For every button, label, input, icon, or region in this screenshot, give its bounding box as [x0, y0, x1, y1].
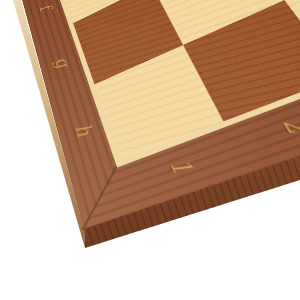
chess-board: abcdefgh12345678 — [0, 0, 300, 229]
photo-canvas: abcdefgh12345678 — [0, 0, 300, 300]
